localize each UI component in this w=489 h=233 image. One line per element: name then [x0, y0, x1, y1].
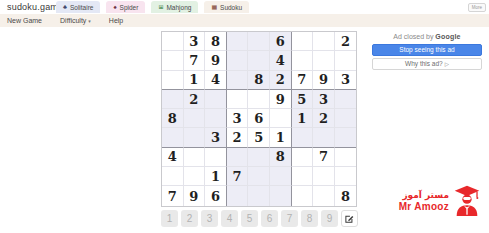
numpad-keys: 123456789	[161, 210, 338, 227]
cell-r2c5[interactable]	[248, 51, 270, 70]
cell-r4c6[interactable]: 9	[270, 90, 292, 109]
cell-r3c3[interactable]: 4	[205, 71, 227, 90]
cell-r1c7[interactable]	[292, 32, 314, 51]
chevron-down-icon: ▾	[88, 18, 91, 24]
cell-r1c9[interactable]: 2	[335, 32, 357, 51]
cell-r8c8[interactable]	[313, 167, 335, 186]
more-button[interactable]: More	[468, 3, 486, 12]
numpad-key-5[interactable]: 5	[241, 210, 258, 227]
cell-r9c3[interactable]: 6	[205, 186, 227, 205]
cell-r3c8[interactable]: 9	[313, 71, 335, 90]
top-bar: sudoku.game ♣ Solitaire ♠ Spider ⊞ Mahjo…	[0, 0, 489, 14]
cell-r3c6[interactable]: 2	[270, 71, 292, 90]
pencil-notes-button[interactable]	[341, 210, 358, 227]
cell-r3c5[interactable]: 8	[248, 71, 270, 90]
cell-r5c6[interactable]	[270, 109, 292, 128]
numpad-key-6[interactable]: 6	[261, 210, 278, 227]
menu-help-label: Help	[109, 17, 123, 24]
cell-r4c3[interactable]	[205, 90, 227, 109]
ad-block: Ad closed by Google Stop seeing this ad …	[370, 33, 484, 70]
menu-new-game[interactable]: New Game	[7, 17, 51, 24]
menu-difficulty[interactable]: Difficulty▾	[60, 17, 100, 24]
cell-r6c6[interactable]: 1	[270, 128, 292, 147]
tab-sudoku-label: Sudoku	[220, 4, 242, 11]
stop-seeing-ad-button[interactable]: Stop seeing this ad	[372, 44, 482, 56]
cell-r5c2[interactable]	[184, 109, 206, 128]
cell-r3c9[interactable]: 3	[335, 71, 357, 90]
graduate-figure-icon	[454, 185, 480, 216]
cell-r8c3[interactable]: 1	[205, 167, 227, 186]
mr-amooz-persian: مستر آموز	[399, 190, 449, 201]
tab-spider-label: Spider	[120, 4, 139, 11]
numpad-key-4[interactable]: 4	[221, 210, 238, 227]
cell-r5c3[interactable]	[205, 109, 227, 128]
sudoku-board: 386279414827932953836123251487177968	[161, 31, 357, 207]
tab-sudoku[interactable]: ▦ Sudoku	[204, 1, 249, 13]
cell-r9c5[interactable]	[248, 186, 270, 205]
cell-r2c7[interactable]	[292, 51, 314, 70]
tab-solitaire[interactable]: ♣ Solitaire	[56, 1, 100, 13]
cell-r4c2[interactable]: 2	[184, 90, 206, 109]
cell-r7c8[interactable]: 7	[313, 148, 335, 167]
cell-r1c6[interactable]: 6	[270, 32, 292, 51]
cell-r2c1[interactable]	[162, 51, 184, 70]
cell-r7c7[interactable]	[292, 148, 314, 167]
cell-r2c9[interactable]	[335, 51, 357, 70]
mr-amooz-english: Mr Amooz	[399, 201, 449, 212]
cell-r9c7[interactable]	[292, 186, 314, 205]
ad-closed-text: Ad closed by Google	[370, 33, 484, 40]
cell-r3c7[interactable]: 7	[292, 71, 314, 90]
cell-r3c2[interactable]: 1	[184, 71, 206, 90]
cell-r4c7[interactable]: 5	[292, 90, 314, 109]
pencil-square-icon	[344, 213, 355, 224]
cell-r1c3[interactable]: 8	[205, 32, 227, 51]
cell-r6c5[interactable]: 5	[248, 128, 270, 147]
cell-r2c6[interactable]: 4	[270, 51, 292, 70]
cell-r8c6[interactable]	[270, 167, 292, 186]
cell-r7c4[interactable]	[227, 148, 249, 167]
mahjong-tile-icon: ⊞	[158, 4, 163, 10]
cell-r1c1[interactable]	[162, 32, 184, 51]
menu-bar: New Game Difficulty▾ Help	[0, 14, 489, 27]
cell-r4c9[interactable]	[335, 90, 357, 109]
cell-r5c9[interactable]	[335, 109, 357, 128]
google-wordmark: Google	[435, 33, 460, 40]
cell-r1c4[interactable]	[227, 32, 249, 51]
cell-r6c9[interactable]	[335, 128, 357, 147]
cell-r9c1[interactable]: 7	[162, 186, 184, 205]
ad-closed-prefix: Ad closed by	[393, 33, 435, 40]
cell-r4c8[interactable]: 3	[313, 90, 335, 109]
cell-r9c8[interactable]	[313, 186, 335, 205]
cell-r2c2[interactable]: 7	[184, 51, 206, 70]
sudoku-grid-icon: ▦	[211, 4, 217, 10]
cell-r5c7[interactable]: 1	[292, 109, 314, 128]
cell-r2c8[interactable]	[313, 51, 335, 70]
cell-r7c6[interactable]: 8	[270, 148, 292, 167]
cell-r4c4[interactable]	[227, 90, 249, 109]
cell-r6c1[interactable]	[162, 128, 184, 147]
numpad-key-3[interactable]: 3	[201, 210, 218, 227]
tab-mahjong[interactable]: ⊞ Mahjong	[151, 1, 198, 13]
cell-r5c8[interactable]: 2	[313, 109, 335, 128]
cell-r5c1[interactable]: 8	[162, 109, 184, 128]
cell-r7c3[interactable]	[205, 148, 227, 167]
cell-r6c2[interactable]	[184, 128, 206, 147]
why-this-ad-label: Why this ad?	[405, 60, 443, 67]
menu-difficulty-label: Difficulty	[60, 17, 86, 24]
cell-r8c4[interactable]: 7	[227, 167, 249, 186]
cell-r6c4[interactable]: 2	[227, 128, 249, 147]
cell-r9c9[interactable]: 8	[335, 186, 357, 205]
cell-r8c2[interactable]	[184, 167, 206, 186]
game-tabs: ♣ Solitaire ♠ Spider ⊞ Mahjong ▦ Sudoku	[56, 1, 249, 13]
why-this-ad-button[interactable]: Why this ad?▷	[372, 58, 482, 70]
menu-new-game-label: New Game	[7, 17, 42, 24]
tab-solitaire-label: Solitaire	[70, 4, 93, 11]
numpad: 123456789	[161, 210, 358, 227]
mr-amooz-logo: مستر آموز Mr Amooz	[399, 185, 480, 216]
club-suit-icon: ♣	[63, 4, 67, 10]
cell-r6c3[interactable]: 3	[205, 128, 227, 147]
numpad-key-7[interactable]: 7	[281, 210, 298, 227]
cell-r8c7[interactable]	[292, 167, 314, 186]
spade-suit-icon: ♠	[113, 4, 116, 10]
cell-r7c2[interactable]	[184, 148, 206, 167]
cell-r9c6[interactable]	[270, 186, 292, 205]
cell-r7c5[interactable]	[248, 148, 270, 167]
cell-r8c5[interactable]	[248, 167, 270, 186]
cell-r8c9[interactable]	[335, 167, 357, 186]
cell-r4c1[interactable]	[162, 90, 184, 109]
cell-r1c8[interactable]	[313, 32, 335, 51]
cell-r1c5[interactable]	[248, 32, 270, 51]
menu-help[interactable]: Help	[109, 17, 132, 24]
cell-r6c7[interactable]	[292, 128, 314, 147]
cell-r2c4[interactable]	[227, 51, 249, 70]
cell-r9c2[interactable]: 9	[184, 186, 206, 205]
cell-r1c2[interactable]: 3	[184, 32, 206, 51]
tab-mahjong-label: Mahjong	[166, 4, 191, 11]
cell-r4c5[interactable]	[248, 90, 270, 109]
cell-r8c1[interactable]	[162, 167, 184, 186]
site-title[interactable]: sudoku.game	[7, 2, 63, 12]
numpad-key-1[interactable]: 1	[161, 210, 178, 227]
cell-r7c9[interactable]	[335, 148, 357, 167]
numpad-key-9[interactable]: 9	[321, 210, 338, 227]
adchoices-icon: ▷	[445, 61, 449, 67]
cell-r2c3[interactable]: 9	[205, 51, 227, 70]
cell-r7c1[interactable]: 4	[162, 148, 184, 167]
cell-r5c5[interactable]: 6	[248, 109, 270, 128]
numpad-key-2[interactable]: 2	[181, 210, 198, 227]
numpad-key-8[interactable]: 8	[301, 210, 318, 227]
mr-amooz-texts: مستر آموز Mr Amooz	[399, 190, 449, 212]
cell-r3c4[interactable]	[227, 71, 249, 90]
cell-r9c4[interactable]	[227, 186, 249, 205]
cell-r6c8[interactable]	[313, 128, 335, 147]
cell-r3c1[interactable]	[162, 71, 184, 90]
cell-r5c4[interactable]: 3	[227, 109, 249, 128]
tab-spider[interactable]: ♠ Spider	[106, 1, 145, 13]
